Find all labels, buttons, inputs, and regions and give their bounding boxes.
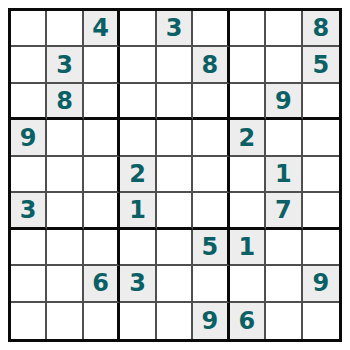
sudoku-cell-r8c1-empty[interactable] bbox=[11, 266, 47, 302]
sudoku-cell-r1c5-given: 3 bbox=[157, 11, 193, 47]
sudoku-cell-r9c6-given: 9 bbox=[193, 303, 229, 339]
sudoku-cell-r8c2-empty[interactable] bbox=[47, 266, 83, 302]
sudoku-cell-r3c6-empty[interactable] bbox=[193, 84, 229, 120]
sudoku-cell-r2c1-empty[interactable] bbox=[11, 47, 47, 83]
sudoku-cell-r3c2-given: 8 bbox=[47, 84, 83, 120]
sudoku-cell-r7c5-empty[interactable] bbox=[157, 230, 193, 266]
sudoku-cell-r5c6-empty[interactable] bbox=[193, 157, 229, 193]
sudoku-cell-r1c9-given: 8 bbox=[303, 11, 339, 47]
sudoku-cell-r1c7-empty[interactable] bbox=[230, 11, 266, 47]
sudoku-cell-r5c8-given: 1 bbox=[266, 157, 302, 193]
sudoku-cell-r8c4-given: 3 bbox=[120, 266, 156, 302]
sudoku-cell-r8c8-empty[interactable] bbox=[266, 266, 302, 302]
sudoku-cell-r3c8-given: 9 bbox=[266, 84, 302, 120]
sudoku-cell-r9c1-empty[interactable] bbox=[11, 303, 47, 339]
sudoku-cell-r7c1-empty[interactable] bbox=[11, 230, 47, 266]
sudoku-cell-r3c5-empty[interactable] bbox=[157, 84, 193, 120]
sudoku-cell-r6c9-empty[interactable] bbox=[303, 193, 339, 229]
sudoku-cell-r1c6-empty[interactable] bbox=[193, 11, 229, 47]
sudoku-cell-r1c4-empty[interactable] bbox=[120, 11, 156, 47]
sudoku-cell-r8c9-given: 9 bbox=[303, 266, 339, 302]
sudoku-cell-r4c6-empty[interactable] bbox=[193, 120, 229, 156]
sudoku-cell-r8c6-empty[interactable] bbox=[193, 266, 229, 302]
sudoku-cell-r2c3-empty[interactable] bbox=[84, 47, 120, 83]
sudoku-cell-r7c9-empty[interactable] bbox=[303, 230, 339, 266]
sudoku-cell-r7c8-empty[interactable] bbox=[266, 230, 302, 266]
sudoku-cell-r4c2-empty[interactable] bbox=[47, 120, 83, 156]
sudoku-cell-r3c7-empty[interactable] bbox=[230, 84, 266, 120]
sudoku-cell-r5c5-empty[interactable] bbox=[157, 157, 193, 193]
sudoku-cell-r2c4-empty[interactable] bbox=[120, 47, 156, 83]
sudoku-cell-r6c4-given: 1 bbox=[120, 193, 156, 229]
sudoku-page: 4383858992213175163996 bbox=[0, 0, 350, 350]
sudoku-cell-r1c8-empty[interactable] bbox=[266, 11, 302, 47]
sudoku-cell-r2c8-empty[interactable] bbox=[266, 47, 302, 83]
sudoku-cell-r2c7-empty[interactable] bbox=[230, 47, 266, 83]
sudoku-cell-r4c3-empty[interactable] bbox=[84, 120, 120, 156]
sudoku-cell-r7c2-empty[interactable] bbox=[47, 230, 83, 266]
sudoku-cell-r5c7-empty[interactable] bbox=[230, 157, 266, 193]
sudoku-cell-r1c2-empty[interactable] bbox=[47, 11, 83, 47]
sudoku-cell-r4c7-given: 2 bbox=[230, 120, 266, 156]
sudoku-cell-r4c8-empty[interactable] bbox=[266, 120, 302, 156]
sudoku-cell-r3c3-empty[interactable] bbox=[84, 84, 120, 120]
sudoku-cell-r7c3-empty[interactable] bbox=[84, 230, 120, 266]
sudoku-cell-r4c1-given: 9 bbox=[11, 120, 47, 156]
sudoku-cell-r5c9-empty[interactable] bbox=[303, 157, 339, 193]
sudoku-cell-r3c9-empty[interactable] bbox=[303, 84, 339, 120]
sudoku-cell-r6c8-given: 7 bbox=[266, 193, 302, 229]
sudoku-cell-r2c6-given: 8 bbox=[193, 47, 229, 83]
sudoku-cell-r4c9-empty[interactable] bbox=[303, 120, 339, 156]
sudoku-cell-r5c1-empty[interactable] bbox=[11, 157, 47, 193]
sudoku-cell-r8c3-given: 6 bbox=[84, 266, 120, 302]
sudoku-cell-r6c2-empty[interactable] bbox=[47, 193, 83, 229]
sudoku-cell-r1c3-given: 4 bbox=[84, 11, 120, 47]
sudoku-cell-r4c4-empty[interactable] bbox=[120, 120, 156, 156]
sudoku-cell-r6c1-given: 3 bbox=[11, 193, 47, 229]
sudoku-cell-r9c3-empty[interactable] bbox=[84, 303, 120, 339]
sudoku-cell-r7c7-given: 1 bbox=[230, 230, 266, 266]
sudoku-cell-r8c7-empty[interactable] bbox=[230, 266, 266, 302]
sudoku-cell-r6c7-empty[interactable] bbox=[230, 193, 266, 229]
sudoku-cell-r9c7-given: 6 bbox=[230, 303, 266, 339]
sudoku-cell-r9c8-empty[interactable] bbox=[266, 303, 302, 339]
sudoku-cell-r9c4-empty[interactable] bbox=[120, 303, 156, 339]
sudoku-board: 4383858992213175163996 bbox=[8, 8, 342, 342]
sudoku-cell-r3c1-empty[interactable] bbox=[11, 84, 47, 120]
sudoku-cell-r9c5-empty[interactable] bbox=[157, 303, 193, 339]
sudoku-cell-r1c1-empty[interactable] bbox=[11, 11, 47, 47]
sudoku-cell-r7c6-given: 5 bbox=[193, 230, 229, 266]
sudoku-cell-r4c5-empty[interactable] bbox=[157, 120, 193, 156]
sudoku-cell-r8c5-empty[interactable] bbox=[157, 266, 193, 302]
sudoku-cell-r2c9-given: 5 bbox=[303, 47, 339, 83]
sudoku-cell-r6c5-empty[interactable] bbox=[157, 193, 193, 229]
sudoku-cell-r2c5-empty[interactable] bbox=[157, 47, 193, 83]
sudoku-cell-r5c3-empty[interactable] bbox=[84, 157, 120, 193]
sudoku-cell-r6c3-empty[interactable] bbox=[84, 193, 120, 229]
sudoku-cell-r7c4-empty[interactable] bbox=[120, 230, 156, 266]
sudoku-cell-r9c2-empty[interactable] bbox=[47, 303, 83, 339]
sudoku-cell-r3c4-empty[interactable] bbox=[120, 84, 156, 120]
sudoku-cell-r2c2-given: 3 bbox=[47, 47, 83, 83]
sudoku-cell-r5c4-given: 2 bbox=[120, 157, 156, 193]
sudoku-cell-r9c9-empty[interactable] bbox=[303, 303, 339, 339]
sudoku-cell-r5c2-empty[interactable] bbox=[47, 157, 83, 193]
sudoku-cell-r6c6-empty[interactable] bbox=[193, 193, 229, 229]
